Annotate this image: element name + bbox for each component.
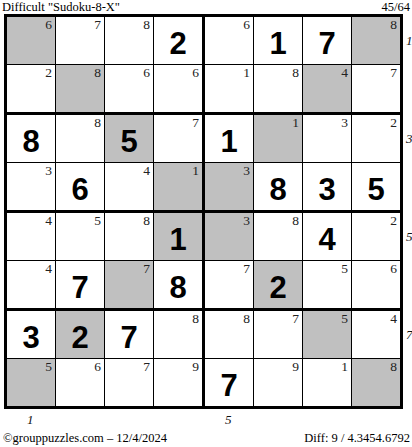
corner-digit: 8 (143, 17, 150, 33)
corner-digit: 7 (390, 65, 397, 81)
corner-digit: 8 (390, 17, 397, 33)
corner-digit: 7 (94, 17, 101, 33)
corner-digit: 7 (192, 115, 199, 131)
cell-r6c2[interactable]: 7 (56, 261, 105, 311)
corner-digit: 8 (143, 213, 150, 229)
cell-digit: 2 (56, 311, 104, 358)
board-row-6: 47787256 (7, 261, 400, 311)
corner-digit: 4 (143, 163, 150, 179)
puzzle-page: Difficult "Sudoku-8-X" 45/64 67826178286… (0, 0, 412, 447)
cell-r2c7[interactable]: 4 (303, 65, 352, 115)
corner-digit: 1 (341, 359, 348, 375)
cell-r5c7[interactable]: 4 (303, 213, 352, 261)
corner-digit: 6 (94, 359, 101, 375)
cell-r2c5[interactable]: 1 (205, 65, 254, 115)
cell-r8c1[interactable]: 5 (7, 359, 56, 406)
cell-r5c1[interactable]: 4 (7, 213, 56, 261)
corner-digit: 3 (45, 163, 52, 179)
cell-digit: 3 (7, 311, 55, 358)
cell-r4c6[interactable]: 8 (254, 163, 303, 213)
cell-digit: 2 (254, 261, 302, 308)
cell-r7c8[interactable]: 4 (352, 311, 400, 359)
col-label-1: 1 (27, 412, 34, 427)
board-row-5: 45813842 (7, 213, 400, 261)
cell-r6c4[interactable]: 8 (154, 261, 205, 311)
cell-r5c6[interactable]: 8 (254, 213, 303, 261)
cell-r8c3[interactable]: 7 (105, 359, 154, 406)
corner-digit: 8 (292, 213, 299, 229)
cell-r1c7[interactable]: 7 (303, 17, 352, 65)
cell-r1c4[interactable]: 2 (154, 17, 205, 65)
cell-r4c1[interactable]: 3 (7, 163, 56, 213)
cell-r7c4[interactable]: 8 (154, 311, 205, 359)
cell-r2c3[interactable]: 6 (105, 65, 154, 115)
cell-digit: 4 (303, 213, 351, 260)
corner-digit: 5 (45, 359, 52, 375)
row-label-5: 5 (406, 229, 412, 244)
cell-r7c2[interactable]: 2 (56, 311, 105, 359)
cell-digit: 8 (154, 261, 202, 308)
corner-digit: 2 (390, 213, 397, 229)
cell-r3c4[interactable]: 7 (154, 115, 205, 163)
cell-r1c1[interactable]: 6 (7, 17, 56, 65)
cell-r8c7[interactable]: 1 (303, 359, 352, 406)
cell-r4c8[interactable]: 5 (352, 163, 400, 213)
cell-r8c6[interactable]: 9 (254, 359, 303, 406)
corner-digit: 7 (143, 359, 150, 375)
corner-digit: 7 (243, 261, 250, 277)
corner-digit: 1 (192, 163, 199, 179)
row-label-7: 7 (406, 327, 412, 342)
corner-digit: 8 (243, 311, 250, 327)
cell-r7c5[interactable]: 8 (205, 311, 254, 359)
cell-digit: 2 (154, 17, 202, 64)
cell-r8c8[interactable]: 8 (352, 359, 400, 406)
cell-r6c8[interactable]: 6 (352, 261, 400, 311)
corner-digit: 3 (243, 163, 250, 179)
cell-r4c7[interactable]: 3 (303, 163, 352, 213)
cell-r7c7[interactable]: 5 (303, 311, 352, 359)
cell-digit: 5 (352, 163, 400, 210)
cell-r1c3[interactable]: 8 (105, 17, 154, 65)
cell-r3c3[interactable]: 5 (105, 115, 154, 163)
footer: ©grouppuzzles.com – 12/4/2024 Diff: 9 / … (3, 431, 410, 445)
corner-digit: 8 (292, 65, 299, 81)
cell-digit: 5 (105, 115, 153, 162)
cell-r5c4[interactable]: 1 (154, 213, 205, 261)
board-row-4: 36413835 (7, 163, 400, 213)
cell-r6c5[interactable]: 7 (205, 261, 254, 311)
cell-r2c1[interactable]: 2 (7, 65, 56, 115)
corner-digit: 3 (243, 213, 250, 229)
cell-r5c5[interactable]: 3 (205, 213, 254, 261)
corner-digit: 7 (143, 261, 150, 277)
corner-digit: 8 (94, 65, 101, 81)
cell-digit: 8 (254, 163, 302, 210)
corner-digit: 6 (45, 17, 52, 33)
copyright-text: ©grouppuzzles.com – 12/4/2024 (3, 431, 167, 445)
cell-digit: 6 (56, 163, 104, 210)
cell-digit: 7 (205, 359, 253, 406)
corner-digit: 5 (94, 213, 101, 229)
cell-digit: 8 (7, 115, 55, 162)
corner-digit: 3 (341, 115, 348, 131)
cell-r8c5[interactable]: 7 (205, 359, 254, 406)
corner-digit: 4 (390, 311, 397, 327)
board-row-8: 56797918 (7, 359, 400, 406)
cell-r6c7[interactable]: 5 (303, 261, 352, 311)
cell-r7c3[interactable]: 7 (105, 311, 154, 359)
corner-digit: 1 (292, 115, 299, 131)
header: Difficult "Sudoku-8-X" 45/64 (2, 0, 410, 14)
cell-r8c4[interactable]: 9 (154, 359, 205, 406)
cell-r4c3[interactable]: 4 (105, 163, 154, 213)
cell-r6c1[interactable]: 4 (7, 261, 56, 311)
progress-counter: 45/64 (382, 0, 410, 14)
cell-r5c2[interactable]: 5 (56, 213, 105, 261)
corner-digit: 5 (341, 261, 348, 277)
cell-r3c5[interactable]: 1 (205, 115, 254, 163)
cell-digit: 1 (205, 115, 253, 162)
cell-r3c7[interactable]: 3 (303, 115, 352, 163)
sudoku-board: 6782617828661847885711323641383545813842… (4, 14, 403, 409)
board-row-7: 32788754 (7, 311, 400, 359)
cell-r2c6[interactable]: 8 (254, 65, 303, 115)
corner-digit: 4 (341, 65, 348, 81)
cell-r4c4[interactable]: 1 (154, 163, 205, 213)
corner-digit: 6 (143, 65, 150, 81)
cell-r1c5[interactable]: 6 (205, 17, 254, 65)
cell-r2c2[interactable]: 8 (56, 65, 105, 115)
cell-r6c3[interactable]: 7 (105, 261, 154, 311)
cell-r7c1[interactable]: 3 (7, 311, 56, 359)
cell-r5c8[interactable]: 2 (352, 213, 400, 261)
corner-digit: 8 (192, 311, 199, 327)
corner-digit: 8 (94, 115, 101, 131)
row-label-3: 3 (406, 131, 412, 146)
cell-digit: 1 (254, 17, 302, 64)
board-row-2: 28661847 (7, 65, 400, 115)
col-label-5: 5 (225, 412, 232, 427)
cell-r6c6[interactable]: 2 (254, 261, 303, 311)
cell-r3c2[interactable]: 8 (56, 115, 105, 163)
cell-r3c8[interactable]: 2 (352, 115, 400, 163)
corner-digit: 2 (45, 65, 52, 81)
cell-r1c6[interactable]: 1 (254, 17, 303, 65)
cell-digit: 7 (303, 17, 351, 64)
difficulty-text: Diff: 9 / 4.3454.6792 (304, 431, 410, 445)
corner-digit: 6 (390, 261, 397, 277)
corner-digit: 2 (390, 115, 397, 131)
cell-digit: 3 (303, 163, 351, 210)
corner-digit: 7 (292, 311, 299, 327)
cell-r4c5[interactable]: 3 (205, 163, 254, 213)
cell-r3c6[interactable]: 1 (254, 115, 303, 163)
corner-digit: 9 (192, 359, 199, 375)
cell-r3c1[interactable]: 8 (7, 115, 56, 163)
corner-digit: 6 (192, 65, 199, 81)
cell-digit: 7 (105, 311, 153, 358)
cell-r2c4[interactable]: 6 (154, 65, 205, 115)
corner-digit: 6 (243, 17, 250, 33)
corner-digit: 1 (243, 65, 250, 81)
cell-r1c2[interactable]: 7 (56, 17, 105, 65)
cell-r8c2[interactable]: 6 (56, 359, 105, 406)
row-label-1: 1 (406, 33, 412, 48)
cell-digit: 7 (56, 261, 104, 308)
cell-r7c6[interactable]: 7 (254, 311, 303, 359)
corner-digit: 4 (45, 261, 52, 277)
puzzle-title: Difficult "Sudoku-8-X" (2, 0, 120, 14)
corner-digit: 9 (292, 359, 299, 375)
cell-r5c3[interactable]: 8 (105, 213, 154, 261)
cell-r1c8[interactable]: 8 (352, 17, 400, 65)
board-row-1: 67826178 (7, 17, 400, 65)
corner-digit: 5 (341, 311, 348, 327)
corner-digit: 4 (45, 213, 52, 229)
board-row-3: 88571132 (7, 115, 400, 163)
cell-digit: 1 (154, 213, 202, 260)
cell-r4c2[interactable]: 6 (56, 163, 105, 213)
cell-r2c8[interactable]: 7 (352, 65, 400, 115)
corner-digit: 8 (390, 359, 397, 375)
